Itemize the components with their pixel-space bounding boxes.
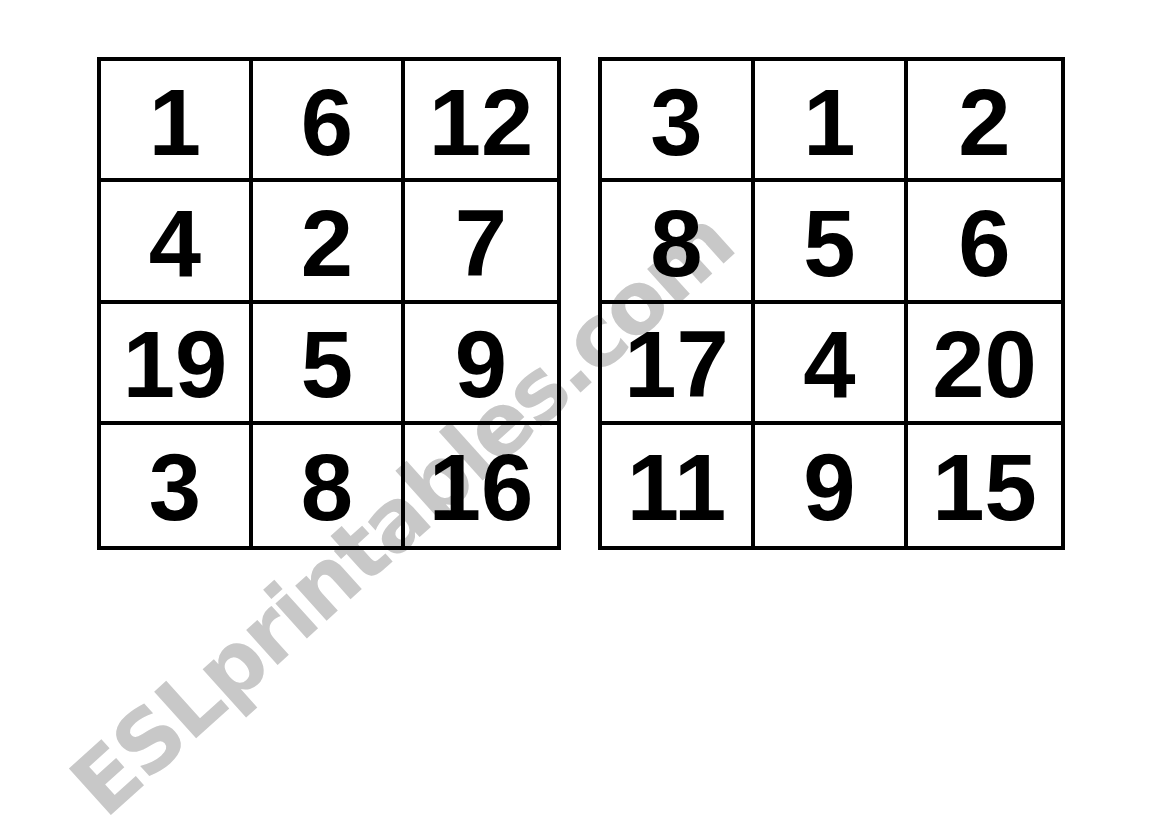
worksheet-page: ESLprintables.com 1 6 12 4 2 7 19 5 9 3 … — [0, 0, 1169, 821]
card2-cell-r1c3: 2 — [908, 61, 1061, 182]
card2-cell-r1c2: 1 — [755, 61, 908, 182]
card2-cell-r2c2: 5 — [755, 182, 908, 303]
card2-cell-r2c1: 8 — [602, 182, 755, 303]
card2-cell-r4c3: 15 — [908, 425, 1061, 546]
card1-cell-r1c3: 12 — [405, 61, 557, 182]
card1-cell-r2c1: 4 — [101, 182, 253, 303]
card2-cell-r1c1: 3 — [602, 61, 755, 182]
card2-cell-r3c3: 20 — [908, 304, 1061, 425]
bingo-card-1: 1 6 12 4 2 7 19 5 9 3 8 16 — [97, 57, 561, 550]
card1-cell-r2c2: 2 — [253, 182, 405, 303]
card1-cell-r4c1: 3 — [101, 425, 253, 546]
card2-cell-r3c1: 17 — [602, 304, 755, 425]
card2-cell-r4c2: 9 — [755, 425, 908, 546]
card1-cell-r3c2: 5 — [253, 304, 405, 425]
card1-cell-r3c1: 19 — [101, 304, 253, 425]
bingo-card-2: 3 1 2 8 5 6 17 4 20 11 9 15 — [598, 57, 1065, 550]
card1-cell-r4c3: 16 — [405, 425, 557, 546]
card2-cell-r3c2: 4 — [755, 304, 908, 425]
card1-cell-r2c3: 7 — [405, 182, 557, 303]
card2-cell-r2c3: 6 — [908, 182, 1061, 303]
card2-cell-r4c1: 11 — [602, 425, 755, 546]
card1-cell-r4c2: 8 — [253, 425, 405, 546]
card1-cell-r3c3: 9 — [405, 304, 557, 425]
card1-cell-r1c2: 6 — [253, 61, 405, 182]
card1-cell-r1c1: 1 — [101, 61, 253, 182]
